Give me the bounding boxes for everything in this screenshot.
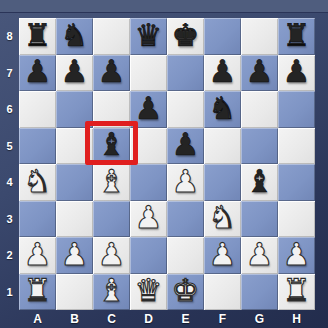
piece-white-bishop-c4[interactable]: ♝ bbox=[98, 166, 126, 197]
piece-black-pawn-a7[interactable]: ♟ bbox=[24, 56, 52, 87]
piece-white-pawn-c2[interactable]: ♟ bbox=[98, 239, 126, 270]
rank-label-3: 3 bbox=[0, 201, 19, 238]
file-label-c: C bbox=[93, 310, 130, 328]
rank-label-2: 2 bbox=[0, 237, 19, 274]
piece-black-bishop-c5[interactable]: ♝ bbox=[98, 129, 126, 160]
square-d3[interactable]: ♟ bbox=[130, 201, 167, 238]
square-h7[interactable]: ♟ bbox=[278, 55, 315, 92]
square-b4[interactable] bbox=[56, 164, 93, 201]
square-e7[interactable] bbox=[167, 55, 204, 92]
square-e3[interactable] bbox=[167, 201, 204, 238]
piece-black-knight-f6[interactable]: ♞ bbox=[209, 93, 237, 124]
square-c8[interactable] bbox=[93, 18, 130, 55]
square-b1[interactable] bbox=[56, 274, 93, 311]
piece-white-king-e1[interactable]: ♚ bbox=[172, 275, 200, 306]
square-d8[interactable]: ♛ bbox=[130, 18, 167, 55]
rank-label-1: 1 bbox=[0, 274, 19, 311]
piece-black-rook-h8[interactable]: ♜ bbox=[283, 20, 311, 51]
square-h4[interactable] bbox=[278, 164, 315, 201]
file-label-b: B bbox=[56, 310, 93, 328]
square-g5[interactable] bbox=[241, 128, 278, 165]
square-c7[interactable]: ♟ bbox=[93, 55, 130, 92]
square-c4[interactable]: ♝ bbox=[93, 164, 130, 201]
square-d6[interactable]: ♟ bbox=[130, 91, 167, 128]
square-h1[interactable]: ♜ bbox=[278, 274, 315, 311]
piece-black-bishop-g4[interactable]: ♝ bbox=[246, 166, 274, 197]
square-h5[interactable] bbox=[278, 128, 315, 165]
square-e4[interactable]: ♟ bbox=[167, 164, 204, 201]
square-c1[interactable]: ♝ bbox=[93, 274, 130, 311]
piece-black-pawn-h7[interactable]: ♟ bbox=[283, 56, 311, 87]
rank-label-5: 5 bbox=[0, 128, 19, 165]
file-label-d: D bbox=[130, 310, 167, 328]
piece-white-queen-d1[interactable]: ♛ bbox=[135, 275, 163, 306]
square-e2[interactable] bbox=[167, 237, 204, 274]
piece-white-pawn-d3[interactable]: ♟ bbox=[135, 202, 163, 233]
square-h8[interactable]: ♜ bbox=[278, 18, 315, 55]
piece-white-pawn-f2[interactable]: ♟ bbox=[209, 239, 237, 270]
square-f8[interactable] bbox=[204, 18, 241, 55]
square-d4[interactable] bbox=[130, 164, 167, 201]
square-c3[interactable] bbox=[93, 201, 130, 238]
piece-black-pawn-d6[interactable]: ♟ bbox=[135, 93, 163, 124]
square-f3[interactable]: ♞ bbox=[204, 201, 241, 238]
board-frame: 87654321 ABCDEFGH ♜♞♛♚♜♟♟♟♟♟♟♟♞♝♟♞♝♟♝♟♞♟… bbox=[0, 0, 328, 328]
square-b3[interactable] bbox=[56, 201, 93, 238]
chess-board: ♜♞♛♚♜♟♟♟♟♟♟♟♞♝♟♞♝♟♝♟♞♟♟♟♟♟♟♜♝♛♚♜ bbox=[19, 18, 315, 310]
piece-white-pawn-e4[interactable]: ♟ bbox=[172, 166, 200, 197]
square-g6[interactable] bbox=[241, 91, 278, 128]
square-h3[interactable] bbox=[278, 201, 315, 238]
file-labels: ABCDEFGH bbox=[19, 310, 315, 328]
square-f7[interactable]: ♟ bbox=[204, 55, 241, 92]
square-g1[interactable] bbox=[241, 274, 278, 311]
piece-black-pawn-g7[interactable]: ♟ bbox=[246, 56, 274, 87]
piece-black-pawn-b7[interactable]: ♟ bbox=[61, 56, 89, 87]
square-e5[interactable]: ♟ bbox=[167, 128, 204, 165]
piece-white-bishop-c1[interactable]: ♝ bbox=[98, 275, 126, 306]
square-a5[interactable] bbox=[19, 128, 56, 165]
square-f4[interactable] bbox=[204, 164, 241, 201]
square-a6[interactable] bbox=[19, 91, 56, 128]
file-label-a: A bbox=[19, 310, 56, 328]
square-b7[interactable]: ♟ bbox=[56, 55, 93, 92]
square-f2[interactable]: ♟ bbox=[204, 237, 241, 274]
frame-top-bevel bbox=[0, 0, 328, 13]
square-c5[interactable]: ♝ bbox=[93, 128, 130, 165]
square-e1[interactable]: ♚ bbox=[167, 274, 204, 311]
square-h6[interactable] bbox=[278, 91, 315, 128]
square-a8[interactable]: ♜ bbox=[19, 18, 56, 55]
square-c6[interactable] bbox=[93, 91, 130, 128]
square-g7[interactable]: ♟ bbox=[241, 55, 278, 92]
square-h2[interactable]: ♟ bbox=[278, 237, 315, 274]
square-b5[interactable] bbox=[56, 128, 93, 165]
square-g8[interactable] bbox=[241, 18, 278, 55]
piece-black-rook-a8[interactable]: ♜ bbox=[24, 20, 52, 51]
square-e6[interactable] bbox=[167, 91, 204, 128]
piece-white-pawn-b2[interactable]: ♟ bbox=[61, 239, 89, 270]
rank-label-6: 6 bbox=[0, 91, 19, 128]
piece-white-rook-h1[interactable]: ♜ bbox=[283, 275, 311, 306]
piece-white-pawn-a2[interactable]: ♟ bbox=[24, 239, 52, 270]
square-d5[interactable] bbox=[130, 128, 167, 165]
piece-white-knight-a4[interactable]: ♞ bbox=[24, 166, 52, 197]
piece-black-pawn-f7[interactable]: ♟ bbox=[209, 56, 237, 87]
square-b8[interactable]: ♞ bbox=[56, 18, 93, 55]
square-b6[interactable] bbox=[56, 91, 93, 128]
square-g2[interactable]: ♟ bbox=[241, 237, 278, 274]
file-label-g: G bbox=[241, 310, 278, 328]
piece-white-knight-f3[interactable]: ♞ bbox=[209, 202, 237, 233]
square-a2[interactable]: ♟ bbox=[19, 237, 56, 274]
square-f5[interactable] bbox=[204, 128, 241, 165]
rank-label-8: 8 bbox=[0, 18, 19, 55]
file-label-e: E bbox=[167, 310, 204, 328]
rank-label-4: 4 bbox=[0, 164, 19, 201]
piece-black-queen-d8[interactable]: ♛ bbox=[135, 20, 163, 51]
square-c2[interactable]: ♟ bbox=[93, 237, 130, 274]
piece-black-knight-b8[interactable]: ♞ bbox=[61, 20, 89, 51]
square-d2[interactable] bbox=[130, 237, 167, 274]
square-d1[interactable]: ♛ bbox=[130, 274, 167, 311]
square-f1[interactable] bbox=[204, 274, 241, 311]
rank-labels: 87654321 bbox=[0, 18, 19, 310]
square-f6[interactable]: ♞ bbox=[204, 91, 241, 128]
piece-black-pawn-c7[interactable]: ♟ bbox=[98, 56, 126, 87]
square-a4[interactable]: ♞ bbox=[19, 164, 56, 201]
square-a3[interactable] bbox=[19, 201, 56, 238]
square-g4[interactable]: ♝ bbox=[241, 164, 278, 201]
square-e8[interactable]: ♚ bbox=[167, 18, 204, 55]
file-label-f: F bbox=[204, 310, 241, 328]
square-d7[interactable] bbox=[130, 55, 167, 92]
piece-black-pawn-e5[interactable]: ♟ bbox=[172, 129, 200, 160]
piece-white-pawn-h2[interactable]: ♟ bbox=[283, 239, 311, 270]
file-label-h: H bbox=[278, 310, 315, 328]
piece-white-rook-a1[interactable]: ♜ bbox=[24, 275, 52, 306]
square-g3[interactable] bbox=[241, 201, 278, 238]
rank-label-7: 7 bbox=[0, 55, 19, 92]
piece-white-pawn-g2[interactable]: ♟ bbox=[246, 239, 274, 270]
piece-black-king-e8[interactable]: ♚ bbox=[172, 20, 200, 51]
square-a1[interactable]: ♜ bbox=[19, 274, 56, 311]
square-a7[interactable]: ♟ bbox=[19, 55, 56, 92]
square-b2[interactable]: ♟ bbox=[56, 237, 93, 274]
